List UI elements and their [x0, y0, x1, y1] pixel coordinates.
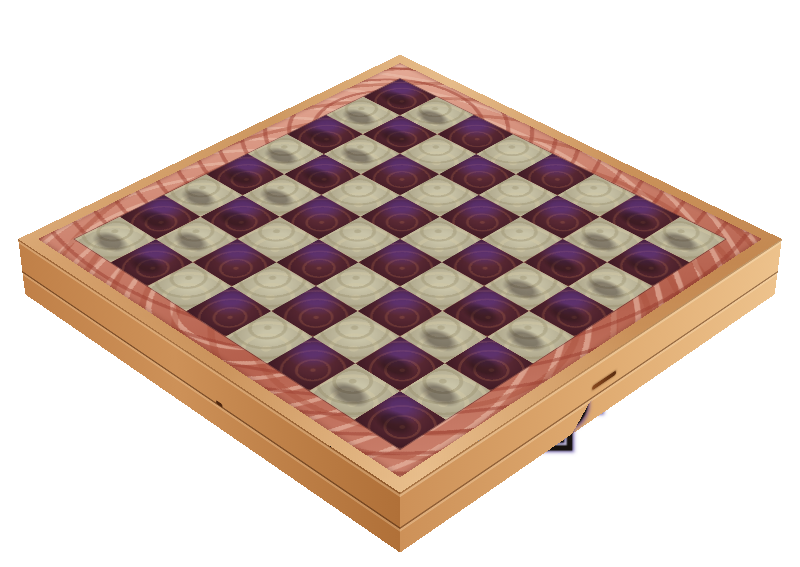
box-top-face: ♜♟♟♜♞♟♟♞♝♟♟♝♛♟♟♛♚♟♟♚♝♟♟♝♞♟♟♞♜♟♟♜	[18, 55, 782, 493]
square-e4	[319, 217, 400, 262]
square-d4	[360, 195, 440, 239]
square-f6	[357, 286, 443, 336]
lock-slot	[592, 370, 616, 390]
wooden-chess-box: ♜♟♟♜♞♟♟♞♝♟♟♝♛♟♟♛♚♟♟♚♝♟♟♝♞♟♟♞♜♟♟♜	[18, 55, 782, 493]
wood-knot	[216, 400, 223, 408]
marble-border: ♜♟♟♜♞♟♟♞♝♟♟♝♛♟♟♛♚♟♟♚♝♟♟♝♞♟♟♞♜♟♟♜	[38, 63, 762, 477]
product-photo-scene: ♜♟♟♜♞♟♟♞♝♟♟♝♛♟♟♛♚♟♟♚♝♟♟♝♞♟♟♞♜♟♟♜	[0, 0, 800, 567]
square-d5	[400, 217, 481, 262]
